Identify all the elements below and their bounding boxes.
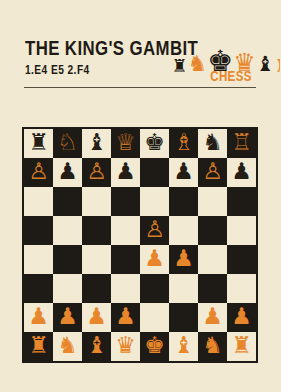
square-d7: ♟ xyxy=(111,158,140,187)
square-f3 xyxy=(169,274,198,303)
square-a3 xyxy=(24,274,53,303)
piece-white-knight: ♞ xyxy=(202,334,223,357)
square-c1: ♝ xyxy=(82,332,111,361)
piece-black-king: ♚ xyxy=(144,131,165,154)
square-f4: ♟ xyxy=(169,245,198,274)
square-b7: ♟ xyxy=(53,158,82,187)
square-g7: ♙ xyxy=(198,158,227,187)
square-e1: ♚ xyxy=(140,332,169,361)
square-d1: ♛ xyxy=(111,332,140,361)
square-c7: ♙ xyxy=(82,158,111,187)
square-c6 xyxy=(82,187,111,216)
square-h5 xyxy=(227,216,256,245)
piece-white-pawn: ♟ xyxy=(144,247,165,270)
square-g1: ♞ xyxy=(198,332,227,361)
piece-white-queen: ♛ xyxy=(115,334,136,357)
square-d2: ♟ xyxy=(111,303,140,332)
piece-white-pawn: ♟ xyxy=(28,305,49,328)
square-g8: ♞ xyxy=(198,129,227,158)
square-f5 xyxy=(169,216,198,245)
square-d8: ♕ xyxy=(111,129,140,158)
square-g2: ♟ xyxy=(198,303,227,332)
square-f1: ♝ xyxy=(169,332,198,361)
square-a1: ♜ xyxy=(24,332,53,361)
logo-rook2-icon: ♜ xyxy=(275,58,281,74)
square-d4 xyxy=(111,245,140,274)
piece-black-rook: ♜ xyxy=(28,131,49,154)
square-b4 xyxy=(53,245,82,274)
square-e6 xyxy=(140,187,169,216)
piece-black-pawn: ♟ xyxy=(57,160,78,183)
square-h2: ♟ xyxy=(227,303,256,332)
square-e7 xyxy=(140,158,169,187)
piece-black-bishop: ♗ xyxy=(173,131,194,154)
piece-black-queen: ♕ xyxy=(115,131,136,154)
piece-white-rook: ♜ xyxy=(28,334,49,357)
square-a2: ♟ xyxy=(24,303,53,332)
square-d3 xyxy=(111,274,140,303)
square-g5 xyxy=(198,216,227,245)
piece-black-pawn: ♟ xyxy=(173,160,194,183)
poster: THE KING'S GAMBIT 1.E4 E5 2.F4 ♜♞♚♛♝♜ CH… xyxy=(0,0,280,392)
chess-logo: ♜♞♚♛♝♜ CHESS xyxy=(205,29,257,84)
piece-white-pawn: ♟ xyxy=(57,305,78,328)
square-h8: ♖ xyxy=(227,129,256,158)
square-f8: ♗ xyxy=(169,129,198,158)
square-c2: ♟ xyxy=(82,303,111,332)
piece-black-pawn: ♙ xyxy=(144,218,165,241)
piece-white-pawn: ♟ xyxy=(202,305,223,328)
square-g4 xyxy=(198,245,227,274)
square-h3 xyxy=(227,274,256,303)
square-c3 xyxy=(82,274,111,303)
square-e3 xyxy=(140,274,169,303)
square-a5 xyxy=(24,216,53,245)
piece-black-knight: ♘ xyxy=(57,131,78,154)
square-e5: ♙ xyxy=(140,216,169,245)
square-f7: ♟ xyxy=(169,158,198,187)
square-e4: ♟ xyxy=(140,245,169,274)
piece-white-knight: ♞ xyxy=(57,334,78,357)
square-e8: ♚ xyxy=(140,129,169,158)
piece-white-rook: ♜ xyxy=(231,334,252,357)
square-h7: ♟ xyxy=(227,158,256,187)
piece-white-pawn: ♟ xyxy=(173,247,194,270)
piece-white-pawn: ♟ xyxy=(115,305,136,328)
piece-white-pawn: ♟ xyxy=(86,305,107,328)
piece-white-bishop: ♝ xyxy=(86,334,107,357)
piece-black-pawn: ♙ xyxy=(202,160,223,183)
piece-black-pawn: ♙ xyxy=(86,160,107,183)
square-c4 xyxy=(82,245,111,274)
logo-knight-icon: ♞ xyxy=(188,54,208,74)
square-f2 xyxy=(169,303,198,332)
square-g3 xyxy=(198,274,227,303)
square-h1: ♜ xyxy=(227,332,256,361)
piece-white-pawn: ♟ xyxy=(231,305,252,328)
square-b3 xyxy=(53,274,82,303)
square-e2 xyxy=(140,303,169,332)
square-b1: ♞ xyxy=(53,332,82,361)
square-b8: ♘ xyxy=(53,129,82,158)
piece-white-king: ♚ xyxy=(144,334,165,357)
square-b5 xyxy=(53,216,82,245)
piece-black-bishop: ♝ xyxy=(86,131,107,154)
piece-black-rook: ♖ xyxy=(231,131,252,154)
logo-bishop-icon: ♝ xyxy=(256,55,275,74)
piece-black-pawn: ♙ xyxy=(28,160,49,183)
square-f6 xyxy=(169,187,198,216)
piece-black-pawn: ♟ xyxy=(231,160,252,183)
logo-rook-icon: ♜ xyxy=(171,58,187,74)
piece-black-pawn: ♟ xyxy=(115,160,136,183)
square-a8: ♜ xyxy=(24,129,53,158)
square-a4 xyxy=(24,245,53,274)
header-divider xyxy=(24,87,256,88)
square-b2: ♟ xyxy=(53,303,82,332)
square-d6 xyxy=(111,187,140,216)
square-h4 xyxy=(227,245,256,274)
square-a6 xyxy=(24,187,53,216)
square-a7: ♙ xyxy=(24,158,53,187)
square-c5 xyxy=(82,216,111,245)
opening-moves: 1.E4 E5 2.F4 xyxy=(25,63,90,77)
square-d5 xyxy=(111,216,140,245)
piece-black-knight: ♞ xyxy=(202,131,223,154)
chess-logo-text: CHESS xyxy=(210,68,253,84)
square-g6 xyxy=(198,187,227,216)
square-h6 xyxy=(227,187,256,216)
square-c8: ♝ xyxy=(82,129,111,158)
piece-white-bishop: ♝ xyxy=(173,334,194,357)
square-b6 xyxy=(53,187,82,216)
chess-board: ♜♘♝♕♚♗♞♖♙♟♙♟♟♙♟♙♟♟♟♟♟♟♟♟♜♞♝♛♚♝♞♜ xyxy=(22,127,258,363)
